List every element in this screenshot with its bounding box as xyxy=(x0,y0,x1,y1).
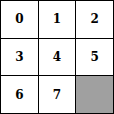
tile-2[interactable]: 2 xyxy=(76,1,113,38)
tile-0[interactable]: 0 xyxy=(1,1,38,38)
tile-7[interactable]: 7 xyxy=(39,76,76,113)
tile-6[interactable]: 6 xyxy=(1,76,38,113)
tile-1[interactable]: 1 xyxy=(39,1,76,38)
tile-3[interactable]: 3 xyxy=(1,39,38,76)
tile-4[interactable]: 4 xyxy=(39,39,76,76)
blank-cell xyxy=(76,76,113,113)
tile-5[interactable]: 5 xyxy=(76,39,113,76)
puzzle-board: 0 1 2 3 4 5 6 7 xyxy=(0,0,114,114)
